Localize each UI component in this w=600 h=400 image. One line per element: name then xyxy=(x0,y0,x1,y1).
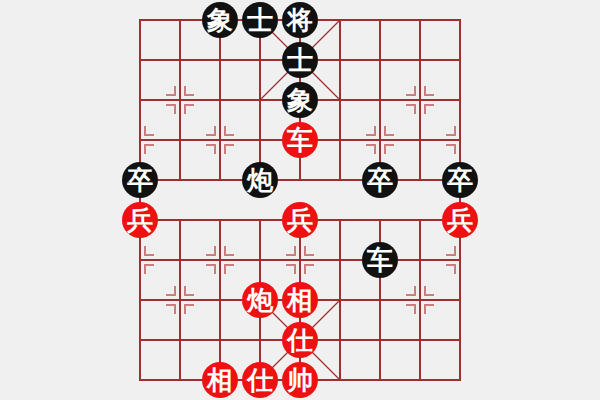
position-marker xyxy=(406,86,415,95)
position-marker xyxy=(166,86,175,95)
position-marker xyxy=(185,286,194,295)
position-marker xyxy=(425,305,434,314)
piece-red-chariot[interactable]: 车 xyxy=(282,122,318,158)
position-marker xyxy=(446,126,455,135)
position-marker xyxy=(385,126,394,135)
piece-black-pawn[interactable]: 卒 xyxy=(362,162,398,198)
position-marker xyxy=(206,246,215,255)
position-marker xyxy=(166,105,175,114)
position-marker xyxy=(185,86,194,95)
position-marker xyxy=(425,86,434,95)
position-marker xyxy=(145,145,154,154)
position-marker xyxy=(406,286,415,295)
piece-black-advisor[interactable]: 士 xyxy=(242,2,278,38)
position-marker xyxy=(225,265,234,274)
xiangqi-app: 象士将士象车卒炮卒卒兵兵兵车炮相仕相仕帅 xyxy=(0,0,600,400)
piece-red-advisor[interactable]: 仕 xyxy=(282,322,318,358)
piece-black-pawn[interactable]: 卒 xyxy=(442,162,478,198)
position-marker xyxy=(206,265,215,274)
position-marker xyxy=(366,126,375,135)
position-marker xyxy=(446,265,455,274)
position-marker xyxy=(145,126,154,135)
position-marker xyxy=(425,286,434,295)
piece-red-pawn[interactable]: 兵 xyxy=(282,202,318,238)
position-marker xyxy=(145,265,154,274)
position-marker xyxy=(305,246,314,255)
position-marker xyxy=(145,246,154,255)
piece-black-general[interactable]: 将 xyxy=(282,2,318,38)
position-marker xyxy=(406,305,415,314)
piece-black-elephant[interactable]: 象 xyxy=(202,2,238,38)
position-marker xyxy=(166,286,175,295)
piece-red-pawn[interactable]: 兵 xyxy=(442,202,478,238)
position-marker xyxy=(225,246,234,255)
position-marker xyxy=(166,305,175,314)
piece-red-cannon[interactable]: 炮 xyxy=(242,282,278,318)
piece-red-elephant[interactable]: 相 xyxy=(282,282,318,318)
piece-black-advisor[interactable]: 士 xyxy=(282,42,318,78)
piece-red-general[interactable]: 帅 xyxy=(282,362,318,398)
position-marker xyxy=(185,305,194,314)
position-marker xyxy=(206,145,215,154)
position-marker xyxy=(225,145,234,154)
position-marker xyxy=(446,145,455,154)
position-marker xyxy=(225,126,234,135)
position-marker xyxy=(425,105,434,114)
position-marker xyxy=(286,246,295,255)
position-marker xyxy=(406,105,415,114)
position-marker xyxy=(366,145,375,154)
piece-black-elephant[interactable]: 象 xyxy=(282,82,318,118)
position-marker xyxy=(185,105,194,114)
position-marker xyxy=(305,265,314,274)
position-marker xyxy=(385,145,394,154)
piece-black-cannon[interactable]: 炮 xyxy=(242,162,278,198)
piece-black-pawn[interactable]: 卒 xyxy=(122,162,158,198)
piece-red-elephant[interactable]: 相 xyxy=(202,362,238,398)
piece-black-chariot[interactable]: 车 xyxy=(362,242,398,278)
position-marker xyxy=(446,246,455,255)
position-marker xyxy=(206,126,215,135)
piece-red-advisor[interactable]: 仕 xyxy=(242,362,278,398)
position-marker xyxy=(286,265,295,274)
piece-red-pawn[interactable]: 兵 xyxy=(122,202,158,238)
